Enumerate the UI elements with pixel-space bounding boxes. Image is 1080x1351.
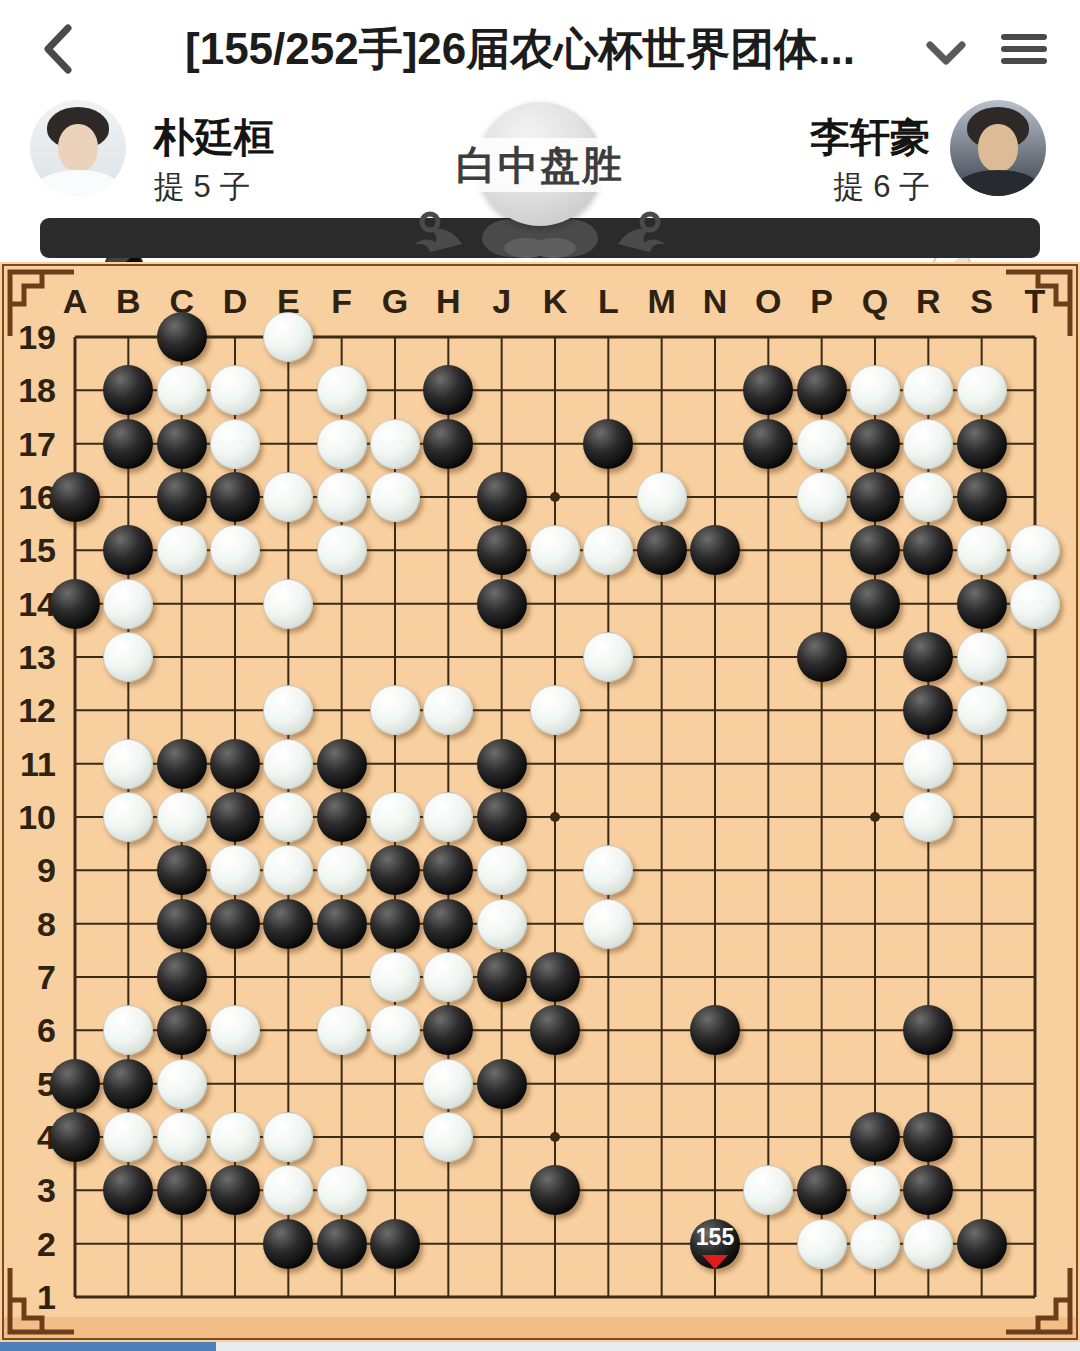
stone-black-R13 (903, 632, 953, 682)
stone-white-P2 (797, 1219, 847, 1269)
chevron-down-icon[interactable] (924, 38, 968, 68)
stone-white-E14 (263, 579, 313, 629)
stone-black-K6 (530, 1005, 580, 1055)
stone-black-Q14 (850, 579, 900, 629)
stone-white-F18 (317, 365, 367, 415)
stone-black-L17 (583, 419, 633, 469)
stone-black-J11 (477, 739, 527, 789)
stone-black-K3 (530, 1165, 580, 1215)
stone-white-T15 (1010, 525, 1060, 575)
stone-white-G17 (370, 419, 420, 469)
stone-black-N6 (690, 1005, 740, 1055)
stone-black-D10 (210, 792, 260, 842)
stone-white-E16 (263, 472, 313, 522)
row-label-5: 5 (4, 1063, 56, 1105)
stone-black-Q16 (850, 472, 900, 522)
stone-black-K7 (530, 952, 580, 1002)
stone-black-M15 (637, 525, 687, 575)
col-label-N: N (693, 280, 737, 322)
stone-white-F16 (317, 472, 367, 522)
row-label-4: 4 (4, 1116, 56, 1158)
col-label-S: S (960, 280, 1004, 322)
stone-white-Q2 (850, 1219, 900, 1269)
stone-black-J14 (477, 579, 527, 629)
col-label-R: R (906, 280, 950, 322)
stone-black-J5 (477, 1059, 527, 1109)
stone-white-J9 (477, 845, 527, 895)
stone-black-C16 (157, 472, 207, 522)
board-corner-ornament (1000, 1262, 1078, 1340)
stone-black-P3 (797, 1165, 847, 1215)
stone-white-K15 (530, 525, 580, 575)
stone-white-C15 (157, 525, 207, 575)
col-label-J: J (480, 280, 524, 322)
stone-white-P16 (797, 472, 847, 522)
stone-black-N15 (690, 525, 740, 575)
stone-black-B17 (103, 419, 153, 469)
stone-white-F17 (317, 419, 367, 469)
stone-white-H4 (423, 1112, 473, 1162)
stone-white-L13 (583, 632, 633, 682)
row-label-17: 17 (4, 423, 56, 465)
col-label-M: M (640, 280, 684, 322)
stone-white-L8 (583, 899, 633, 949)
row-label-10: 10 (4, 796, 56, 838)
stone-white-P17 (797, 419, 847, 469)
col-label-G: G (373, 280, 417, 322)
stone-black-H8 (423, 899, 473, 949)
stone-black-A14 (50, 579, 100, 629)
stone-black-J15 (477, 525, 527, 575)
row-label-11: 11 (4, 743, 56, 785)
stone-white-E4 (263, 1112, 313, 1162)
row-label-9: 9 (4, 849, 56, 891)
last-move-marker-triangle (702, 1255, 728, 1269)
black-player-name: 朴廷桓 (154, 110, 274, 165)
stone-black-C7 (157, 952, 207, 1002)
stone-white-D4 (210, 1112, 260, 1162)
stone-black-Q4 (850, 1112, 900, 1162)
stone-white-S18 (957, 365, 1007, 415)
move-progress-bar[interactable] (0, 1342, 1080, 1351)
last-move-number: 155 (690, 1224, 740, 1251)
stone-white-K12 (530, 685, 580, 735)
col-label-P: P (800, 280, 844, 322)
stone-black-S16 (957, 472, 1007, 522)
stone-white-F6 (317, 1005, 367, 1055)
col-label-L: L (586, 280, 630, 322)
stone-white-H10 (423, 792, 473, 842)
board-corner-ornament (2, 1262, 80, 1340)
black-player-captures: 提 5 子 (154, 166, 250, 208)
stone-white-M16 (637, 472, 687, 522)
col-label-Q: Q (853, 280, 897, 322)
stone-white-B13 (103, 632, 153, 682)
stone-white-R10 (903, 792, 953, 842)
white-player-name: 李轩豪 (810, 110, 930, 165)
stone-white-E11 (263, 739, 313, 789)
avatar-black-player (30, 100, 126, 196)
stone-black-D11 (210, 739, 260, 789)
stone-white-D18 (210, 365, 260, 415)
col-label-D: D (213, 280, 257, 322)
stone-black-A5 (50, 1059, 100, 1109)
stone-white-E10 (263, 792, 313, 842)
stone-white-G10 (370, 792, 420, 842)
stone-black-G9 (370, 845, 420, 895)
back-icon[interactable] (36, 22, 80, 76)
stone-black-C19 (157, 312, 207, 362)
row-label-13: 13 (4, 636, 56, 678)
row-label-2: 2 (4, 1223, 56, 1265)
stone-white-D17 (210, 419, 260, 469)
stone-white-S13 (957, 632, 1007, 682)
stone-white-B4 (103, 1112, 153, 1162)
stone-black-S14 (957, 579, 1007, 629)
stone-black-C8 (157, 899, 207, 949)
stone-black-E8 (263, 899, 313, 949)
col-label-O: O (746, 280, 790, 322)
board-corner-ornament (1000, 264, 1078, 342)
stone-black-C11 (157, 739, 207, 789)
stone-white-R2 (903, 1219, 953, 1269)
hamburger-menu-icon[interactable] (998, 28, 1050, 72)
stone-white-C5 (157, 1059, 207, 1109)
stone-black-Q17 (850, 419, 900, 469)
stone-black-G8 (370, 899, 420, 949)
stone-black-F11 (317, 739, 367, 789)
stone-white-G7 (370, 952, 420, 1002)
stone-white-F15 (317, 525, 367, 575)
stone-black-S17 (957, 419, 1007, 469)
stone-black-F8 (317, 899, 367, 949)
stone-white-H5 (423, 1059, 473, 1109)
stone-white-G16 (370, 472, 420, 522)
game-info-bar[interactable] (40, 218, 1040, 258)
stone-black-H17 (423, 419, 473, 469)
row-label-16: 16 (4, 476, 56, 518)
stone-black-R4 (903, 1112, 953, 1162)
stone-white-B10 (103, 792, 153, 842)
stone-black-C6 (157, 1005, 207, 1055)
stone-white-S12 (957, 685, 1007, 735)
stone-white-B14 (103, 579, 153, 629)
stone-white-H7 (423, 952, 473, 1002)
white-player-captures: 提 6 子 (834, 166, 930, 208)
stone-white-G12 (370, 685, 420, 735)
stone-black-C9 (157, 845, 207, 895)
stone-white-T14 (1010, 579, 1060, 629)
stone-black-J7 (477, 952, 527, 1002)
player-bar: 朴廷桓 提 5 子 李轩豪 提 6 子 (0, 90, 1080, 218)
stone-black-E2 (263, 1219, 313, 1269)
stone-black-D3 (210, 1165, 260, 1215)
stone-white-D15 (210, 525, 260, 575)
stone-white-J8 (477, 899, 527, 949)
page-title: [155/252手]26届农心杯世界团体... (110, 20, 930, 78)
stone-black-C17 (157, 419, 207, 469)
go-board[interactable]: ABCDEFGHJKLMNOPQRST191817161514131211109… (0, 262, 1080, 1342)
stone-white-B11 (103, 739, 153, 789)
row-label-6: 6 (4, 1009, 56, 1051)
stone-white-R17 (903, 419, 953, 469)
stone-white-C18 (157, 365, 207, 415)
col-label-K: K (533, 280, 577, 322)
stone-white-F3 (317, 1165, 367, 1215)
stone-black-G2 (370, 1219, 420, 1269)
col-label-F: F (320, 280, 364, 322)
stone-white-C10 (157, 792, 207, 842)
stone-white-E19 (263, 312, 313, 362)
board-corner-ornament (2, 264, 80, 342)
stone-black-F2 (317, 1219, 367, 1269)
stone-white-F9 (317, 845, 367, 895)
stone-white-S15 (957, 525, 1007, 575)
stone-black-F10 (317, 792, 367, 842)
stone-white-Q3 (850, 1165, 900, 1215)
row-label-18: 18 (4, 369, 56, 411)
top-bar: [155/252手]26届农心杯世界团体... (0, 0, 1080, 90)
stone-black-A4 (50, 1112, 100, 1162)
row-label-3: 3 (4, 1169, 56, 1211)
stone-black-O17 (743, 419, 793, 469)
stone-white-R16 (903, 472, 953, 522)
stone-black-S2 (957, 1219, 1007, 1269)
row-label-12: 12 (4, 689, 56, 731)
stone-white-D9 (210, 845, 260, 895)
move-progress-fill (0, 1342, 216, 1351)
stone-white-G6 (370, 1005, 420, 1055)
stone-black-D16 (210, 472, 260, 522)
col-label-H: H (426, 280, 470, 322)
stone-black-P18 (797, 365, 847, 415)
col-label-B: B (106, 280, 150, 322)
stone-black-J16 (477, 472, 527, 522)
stone-black-A16 (50, 472, 100, 522)
row-label-14: 14 (4, 583, 56, 625)
stone-black-Q15 (850, 525, 900, 575)
stone-white-C4 (157, 1112, 207, 1162)
stone-black-P13 (797, 632, 847, 682)
stone-black-C3 (157, 1165, 207, 1215)
avatar-white-player (950, 100, 1046, 196)
row-label-15: 15 (4, 529, 56, 571)
stone-black-J10 (477, 792, 527, 842)
stone-white-D6 (210, 1005, 260, 1055)
stone-black-D8 (210, 899, 260, 949)
row-label-7: 7 (4, 956, 56, 998)
stone-black-B5 (103, 1059, 153, 1109)
stone-white-R11 (903, 739, 953, 789)
stone-white-Q18 (850, 365, 900, 415)
stone-black-N2-last-move: 155 (690, 1219, 740, 1269)
row-label-8: 8 (4, 903, 56, 945)
